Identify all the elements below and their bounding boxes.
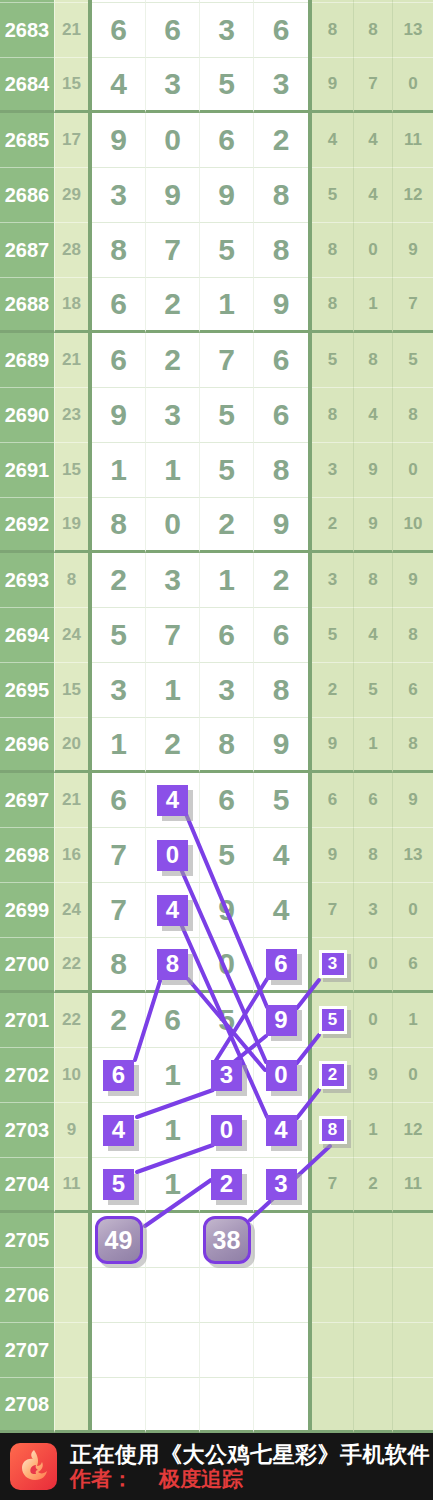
- digit-cell: 7: [200, 333, 254, 388]
- trend-chart-table: 2683216636881326841543539702685179062441…: [0, 0, 433, 1433]
- extra-cell: [312, 1213, 353, 1268]
- digit-cell: 6: [146, 993, 200, 1048]
- digit-cell: 0: [146, 498, 200, 553]
- digit-cell: 7: [146, 608, 200, 663]
- highlight-box: 6: [103, 1060, 134, 1091]
- issue-cell: 2695: [0, 663, 54, 718]
- digit-cell: 6: [254, 388, 308, 443]
- highlight-box: 3: [266, 1169, 297, 1200]
- sum-cell: [54, 1268, 88, 1323]
- digit-cell: 9: [200, 168, 254, 223]
- digit-cell: 1: [200, 553, 254, 608]
- extra-cell: 7: [353, 58, 392, 113]
- extra-cell: 3: [312, 553, 353, 608]
- extra-cell: 5: [312, 993, 353, 1048]
- extra-cell: 4: [312, 113, 353, 168]
- digit-cell: 9: [254, 993, 308, 1048]
- digit-cell: 1: [92, 443, 146, 498]
- extra-cell: 2: [312, 663, 353, 718]
- digit-cell: 6: [200, 773, 254, 828]
- digit-cell: 4: [254, 1103, 308, 1158]
- extra-cell: 8: [312, 388, 353, 443]
- extra-cell: [312, 1268, 353, 1323]
- digit-cell: 2: [146, 718, 200, 773]
- extra-cell: 9: [353, 498, 392, 553]
- digit-cell: [92, 1268, 146, 1323]
- digit-cell: 8: [92, 498, 146, 553]
- sum-cell: 29: [54, 168, 88, 223]
- extra-cell: 9: [392, 553, 433, 608]
- digit-cell: 9: [254, 278, 308, 333]
- digit-cell: 9: [254, 498, 308, 553]
- extra-cell: 10: [392, 498, 433, 553]
- extra-cell: [353, 1268, 392, 1323]
- issue-cell: 2701: [0, 993, 54, 1048]
- extra-cell: 8: [392, 388, 433, 443]
- highlight-box: 0: [266, 1060, 297, 1091]
- extra-cell: 0: [353, 993, 392, 1048]
- digit-cell: 6: [200, 608, 254, 663]
- extra-cell: 8: [312, 1103, 353, 1158]
- digit-cell: 6: [92, 3, 146, 58]
- issue-cell: 2706: [0, 1268, 54, 1323]
- author-line: 作者：极度追踪: [70, 1467, 430, 1491]
- sum-cell: 22: [54, 993, 88, 1048]
- highlight-box: 9: [266, 1005, 297, 1036]
- extra-cell: [353, 1323, 392, 1378]
- digit-cell: 3: [200, 663, 254, 718]
- digit-cell: 7: [92, 828, 146, 883]
- table-row-2684: 2684154353970: [0, 58, 433, 113]
- sum-cell: 23: [54, 388, 88, 443]
- digit-cell: 8: [146, 938, 200, 993]
- issue-cell: 2690: [0, 388, 54, 443]
- extra-cell: 12: [392, 1103, 433, 1158]
- issue-cell: 2703: [0, 1103, 54, 1158]
- issue-cell: 2689: [0, 333, 54, 388]
- highlight-box: 0: [211, 1115, 242, 1146]
- summary-box: 38: [203, 1216, 251, 1264]
- table-row-2704: 27041151237211: [0, 1158, 433, 1213]
- digit-cell: 3: [92, 663, 146, 718]
- digit-cell: 6: [254, 333, 308, 388]
- digit-cell: 4: [146, 883, 200, 938]
- digit-cell: 6: [92, 773, 146, 828]
- digit-cell: 1: [146, 663, 200, 718]
- sum-cell: 24: [54, 883, 88, 938]
- digit-cell: 1: [92, 718, 146, 773]
- extra-cell: 7: [312, 883, 353, 938]
- table-row-2688: 2688186219817: [0, 278, 433, 333]
- extra-cell: 9: [392, 773, 433, 828]
- table-row-2687: 2687288758809: [0, 223, 433, 278]
- table-row-2695: 2695153138256: [0, 663, 433, 718]
- issue-cell: 2707: [0, 1323, 54, 1378]
- extra-cell: [392, 1378, 433, 1433]
- extra-cell: 13: [392, 828, 433, 883]
- extra-cell: 3: [353, 883, 392, 938]
- author-value: 极度追踪: [159, 1467, 243, 1490]
- extra-cell: 9: [353, 443, 392, 498]
- table-row-2706: 2706: [0, 1268, 433, 1323]
- highlight-box: 2: [211, 1169, 242, 1200]
- sum-cell: [54, 1378, 88, 1433]
- table-row-2697: 2697216465669: [0, 773, 433, 828]
- digit-cell: 6: [254, 608, 308, 663]
- extra-cell: 4: [353, 113, 392, 168]
- app-usage-footer: 正在使用《大公鸡七星彩》手机软件 作者：极度追踪: [0, 1433, 433, 1500]
- sum-cell: 10: [54, 1048, 88, 1103]
- sum-cell: 15: [54, 58, 88, 113]
- digit-cell: 0: [254, 1048, 308, 1103]
- extra-cell: 8: [312, 223, 353, 278]
- extra-cell: 9: [353, 1048, 392, 1103]
- issue-cell: 2705: [0, 1213, 54, 1268]
- digit-cell: 1: [146, 1103, 200, 1158]
- digit-cell: 1: [146, 1048, 200, 1103]
- extra-cell: 11: [392, 1158, 433, 1213]
- sum-cell: 21: [54, 333, 88, 388]
- digit-cell: 3: [200, 1048, 254, 1103]
- extra-cell: 0: [392, 883, 433, 938]
- digit-cell: 8: [254, 443, 308, 498]
- digit-cell: 8: [92, 223, 146, 278]
- table-row-2700: 2700228806306: [0, 938, 433, 993]
- digit-cell: 4: [92, 58, 146, 113]
- extra-cell: 0: [392, 443, 433, 498]
- extra-cell: 0: [353, 223, 392, 278]
- digit-cell: 3: [146, 553, 200, 608]
- digit-cell: [200, 1378, 254, 1433]
- digit-cell: 4: [254, 883, 308, 938]
- digit-cell: 2: [92, 553, 146, 608]
- extra-cell: 9: [312, 58, 353, 113]
- table-row-2703: 2703941048112: [0, 1103, 433, 1158]
- extra-cell: 0: [392, 58, 433, 113]
- extra-cell: 7: [392, 278, 433, 333]
- sum-cell: [54, 1323, 88, 1378]
- issue-cell: 2688: [0, 278, 54, 333]
- digit-cell: 5: [92, 608, 146, 663]
- extra-cell: 3: [312, 443, 353, 498]
- table-row-2685: 26851790624411: [0, 113, 433, 168]
- extra-cell: 7: [312, 1158, 353, 1213]
- extra-cell: [353, 1378, 392, 1433]
- digit-cell: 0: [146, 828, 200, 883]
- extra-cell: 11: [392, 113, 433, 168]
- digit-cell: 7: [146, 223, 200, 278]
- extra-cell: 5: [353, 663, 392, 718]
- table-row-2702: 2702106130290: [0, 1048, 433, 1103]
- digit-cell: [146, 1268, 200, 1323]
- extra-cell: 8: [353, 828, 392, 883]
- highlight-box-small: 3: [319, 950, 347, 978]
- digit-cell: 6: [254, 3, 308, 58]
- sum-cell: 24: [54, 608, 88, 663]
- digit-cell: [146, 1378, 200, 1433]
- extra-cell: 8: [353, 553, 392, 608]
- digit-cell: 8: [254, 663, 308, 718]
- issue-cell: 2691: [0, 443, 54, 498]
- digit-cell: 5: [92, 1158, 146, 1213]
- digit-cell: 6: [92, 333, 146, 388]
- extra-cell: 8: [312, 278, 353, 333]
- extra-cell: 2: [353, 1158, 392, 1213]
- extra-cell: [392, 1268, 433, 1323]
- digit-cell: 2: [200, 1158, 254, 1213]
- issue-cell: 2684: [0, 58, 54, 113]
- extra-cell: 9: [312, 718, 353, 773]
- sum-cell: 20: [54, 718, 88, 773]
- highlight-box-small: 2: [319, 1061, 347, 1089]
- author-label: 作者：: [70, 1467, 133, 1490]
- extra-cell: 5: [392, 333, 433, 388]
- digit-cell: 1: [146, 443, 200, 498]
- digit-cell: 2: [254, 113, 308, 168]
- extra-cell: 1: [353, 278, 392, 333]
- digit-cell: 8: [254, 168, 308, 223]
- digit-cell: [254, 1378, 308, 1433]
- digit-cell: 38: [200, 1213, 254, 1268]
- digit-cell: 3: [146, 388, 200, 443]
- digit-cell: [200, 1268, 254, 1323]
- table-row-2708: 2708: [0, 1378, 433, 1433]
- digit-cell: 49: [92, 1213, 146, 1268]
- digit-cell: 9: [92, 113, 146, 168]
- extra-cell: 13: [392, 3, 433, 58]
- issue-cell: 2687: [0, 223, 54, 278]
- highlight-box-small: 5: [319, 1006, 347, 1034]
- highlight-box: 8: [157, 949, 188, 980]
- digit-cell: 3: [92, 168, 146, 223]
- extra-cell: 3: [312, 938, 353, 993]
- table-row-2701: 2701222659501: [0, 993, 433, 1048]
- digit-cell: 8: [200, 718, 254, 773]
- extra-cell: 4: [353, 388, 392, 443]
- issue-cell: 2699: [0, 883, 54, 938]
- digit-cell: 6: [254, 938, 308, 993]
- issue-cell: 2685: [0, 113, 54, 168]
- extra-cell: [312, 1378, 353, 1433]
- rooster-app-icon: [10, 1443, 57, 1490]
- table-row-2690: 2690239356848: [0, 388, 433, 443]
- digit-cell: 9: [146, 168, 200, 223]
- digit-cell: [146, 1213, 200, 1268]
- table-row-2693: 269382312389: [0, 553, 433, 608]
- issue-cell: 2698: [0, 828, 54, 883]
- extra-cell: [392, 1323, 433, 1378]
- table-row-2698: 26981670549813: [0, 828, 433, 883]
- extra-cell: 5: [312, 608, 353, 663]
- digit-cell: 6: [92, 1048, 146, 1103]
- digit-cell: 5: [200, 443, 254, 498]
- extra-cell: 8: [353, 3, 392, 58]
- extra-cell: 1: [392, 993, 433, 1048]
- digit-cell: 6: [146, 3, 200, 58]
- highlight-box-small: 8: [319, 1116, 347, 1144]
- extra-cell: 8: [392, 608, 433, 663]
- extra-cell: 8: [392, 718, 433, 773]
- extra-cell: 9: [312, 828, 353, 883]
- digit-cell: 0: [200, 1103, 254, 1158]
- digit-cell: 5: [200, 388, 254, 443]
- digit-cell: 3: [146, 58, 200, 113]
- table-row-2705: 27054938: [0, 1213, 433, 1268]
- extra-cell: 8: [353, 333, 392, 388]
- highlight-box: 4: [157, 785, 188, 816]
- extra-cell: 6: [392, 663, 433, 718]
- digit-cell: 2: [92, 993, 146, 1048]
- extra-cell: 9: [392, 223, 433, 278]
- digit-cell: 6: [200, 113, 254, 168]
- extra-cell: 5: [312, 333, 353, 388]
- digit-cell: 2: [146, 278, 200, 333]
- table-row-2686: 26862939985412: [0, 168, 433, 223]
- digit-cell: 5: [254, 773, 308, 828]
- digit-cell: 4: [254, 828, 308, 883]
- digit-cell: [254, 1213, 308, 1268]
- digit-cell: 6: [92, 278, 146, 333]
- digit-cell: 5: [200, 993, 254, 1048]
- sum-cell: [54, 1213, 88, 1268]
- table-row-2694: 2694245766548: [0, 608, 433, 663]
- extra-cell: 2: [312, 498, 353, 553]
- digit-cell: [146, 1323, 200, 1378]
- table-row-2691: 2691151158390: [0, 443, 433, 498]
- lottery-trend-chart-screen: 2683216636881326841543539702685179062441…: [0, 0, 433, 1500]
- digit-cell: 5: [200, 828, 254, 883]
- highlight-box: 4: [157, 895, 188, 926]
- digit-cell: 2: [200, 498, 254, 553]
- digit-cell: 9: [200, 883, 254, 938]
- table-row-2696: 2696201289918: [0, 718, 433, 773]
- digit-cell: 5: [200, 58, 254, 113]
- extra-cell: 6: [392, 938, 433, 993]
- highlight-box: 3: [211, 1060, 242, 1091]
- digit-cell: 5: [200, 223, 254, 278]
- table-row-2683: 26832166368813: [0, 3, 433, 58]
- issue-cell: 2697: [0, 773, 54, 828]
- sum-cell: 16: [54, 828, 88, 883]
- sum-cell: 15: [54, 443, 88, 498]
- issue-cell: 2696: [0, 718, 54, 773]
- digit-cell: 0: [200, 938, 254, 993]
- issue-cell: 2686: [0, 168, 54, 223]
- digit-cell: [254, 1268, 308, 1323]
- issue-cell: 2702: [0, 1048, 54, 1103]
- digit-cell: 9: [92, 388, 146, 443]
- digit-cell: 8: [254, 223, 308, 278]
- extra-cell: 1: [353, 718, 392, 773]
- extra-cell: 5: [312, 168, 353, 223]
- extra-cell: 6: [312, 773, 353, 828]
- issue-cell: 2683: [0, 3, 54, 58]
- extra-cell: [353, 1213, 392, 1268]
- table-row-2692: 26921980292910: [0, 498, 433, 553]
- extra-cell: 4: [353, 608, 392, 663]
- sum-cell: 19: [54, 498, 88, 553]
- extra-cell: [312, 1323, 353, 1378]
- digit-cell: [254, 1323, 308, 1378]
- digit-cell: 4: [146, 773, 200, 828]
- issue-cell: 2700: [0, 938, 54, 993]
- extra-cell: 4: [353, 168, 392, 223]
- sum-cell: 21: [54, 773, 88, 828]
- extra-cell: 0: [353, 938, 392, 993]
- sum-cell: 11: [54, 1158, 88, 1213]
- extra-cell: [392, 1213, 433, 1268]
- digit-cell: [92, 1378, 146, 1433]
- highlight-box: 5: [103, 1169, 134, 1200]
- digit-cell: 8: [92, 938, 146, 993]
- digit-cell: 1: [200, 278, 254, 333]
- digit-cell: 9: [254, 718, 308, 773]
- digit-cell: [92, 1323, 146, 1378]
- highlight-box: 4: [266, 1115, 297, 1146]
- extra-cell: 2: [312, 1048, 353, 1103]
- digit-cell: 3: [200, 3, 254, 58]
- sum-cell: 9: [54, 1103, 88, 1158]
- table-row-2699: 2699247494730: [0, 883, 433, 938]
- app-usage-text: 正在使用《大公鸡七星彩》手机软件: [70, 1442, 430, 1467]
- digit-cell: [200, 1323, 254, 1378]
- digit-cell: 4: [92, 1103, 146, 1158]
- extra-cell: 0: [392, 1048, 433, 1103]
- extra-cell: 6: [353, 773, 392, 828]
- extra-cell: 1: [353, 1103, 392, 1158]
- sum-cell: 8: [54, 553, 88, 608]
- table-row-2689: 2689216276585: [0, 333, 433, 388]
- highlight-box: 4: [103, 1115, 134, 1146]
- sum-cell: 15: [54, 663, 88, 718]
- digit-cell: 2: [146, 333, 200, 388]
- digit-cell: 3: [254, 58, 308, 113]
- issue-cell: 2693: [0, 553, 54, 608]
- sum-cell: 21: [54, 3, 88, 58]
- summary-box: 49: [95, 1216, 143, 1264]
- sum-cell: 17: [54, 113, 88, 168]
- digit-cell: 2: [254, 553, 308, 608]
- highlight-box: 6: [266, 949, 297, 980]
- extra-cell: 8: [312, 3, 353, 58]
- sum-cell: 22: [54, 938, 88, 993]
- table-row-2707: 2707: [0, 1323, 433, 1378]
- digit-cell: 7: [92, 883, 146, 938]
- digit-cell: 0: [146, 113, 200, 168]
- issue-cell: 2694: [0, 608, 54, 663]
- issue-cell: 2704: [0, 1158, 54, 1213]
- issue-cell: 2692: [0, 498, 54, 553]
- issue-cell: 2708: [0, 1378, 54, 1433]
- highlight-box: 0: [157, 840, 188, 871]
- extra-cell: 12: [392, 168, 433, 223]
- sum-cell: 18: [54, 278, 88, 333]
- digit-cell: 3: [254, 1158, 308, 1213]
- sum-cell: 28: [54, 223, 88, 278]
- digit-cell: 1: [146, 1158, 200, 1213]
- footer-text: 正在使用《大公鸡七星彩》手机软件 作者：极度追踪: [70, 1442, 430, 1491]
